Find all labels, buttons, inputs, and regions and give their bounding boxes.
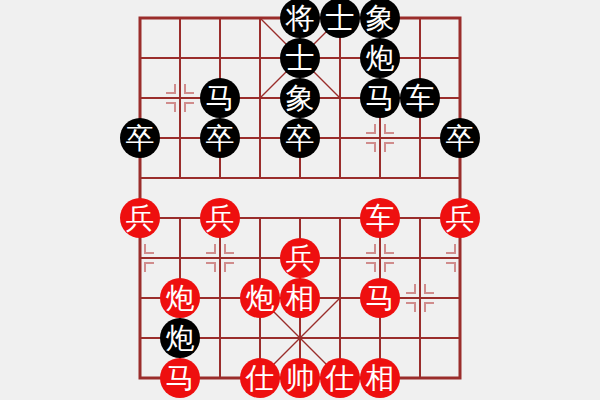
piece-black-soldier[interactable]: 卒 xyxy=(440,118,480,158)
piece-black-elephant[interactable]: 象 xyxy=(360,0,400,38)
piece-red-cannon[interactable]: 炮 xyxy=(240,278,280,318)
piece-red-elephant[interactable]: 相 xyxy=(280,278,320,318)
xiangqi-app-canvas: 将士象士炮马象马车卒卒卒卒兵兵车兵兵炮炮相马炮马仕帅仕相 xyxy=(0,0,600,400)
piece-black-cannon[interactable]: 炮 xyxy=(160,318,200,358)
piece-black-horse[interactable]: 马 xyxy=(200,78,240,118)
board-grid: 将士象士炮马象马车卒卒卒卒兵兵车兵兵炮炮相马炮马仕帅仕相 xyxy=(120,0,480,398)
piece-red-advisor[interactable]: 仕 xyxy=(320,358,360,398)
piece-red-soldier[interactable]: 兵 xyxy=(200,198,240,238)
piece-black-advisor[interactable]: 士 xyxy=(320,0,360,38)
piece-black-general[interactable]: 将 xyxy=(280,0,320,38)
piece-black-elephant[interactable]: 象 xyxy=(280,78,320,118)
piece-black-cannon[interactable]: 炮 xyxy=(360,38,400,78)
piece-red-advisor[interactable]: 仕 xyxy=(240,358,280,398)
piece-red-soldier[interactable]: 兵 xyxy=(120,198,160,238)
piece-black-soldier[interactable]: 卒 xyxy=(280,118,320,158)
piece-red-cannon[interactable]: 炮 xyxy=(160,278,200,318)
piece-red-horse[interactable]: 马 xyxy=(360,278,400,318)
piece-red-general[interactable]: 帅 xyxy=(280,358,320,398)
piece-red-elephant[interactable]: 相 xyxy=(360,358,400,398)
piece-red-soldier[interactable]: 兵 xyxy=(280,238,320,278)
piece-black-horse[interactable]: 马 xyxy=(360,78,400,118)
piece-black-chariot[interactable]: 车 xyxy=(400,78,440,118)
piece-red-chariot[interactable]: 车 xyxy=(360,198,400,238)
piece-black-soldier[interactable]: 卒 xyxy=(200,118,240,158)
piece-black-advisor[interactable]: 士 xyxy=(280,38,320,78)
piece-black-soldier[interactable]: 卒 xyxy=(120,118,160,158)
piece-red-soldier[interactable]: 兵 xyxy=(440,198,480,238)
piece-red-horse[interactable]: 马 xyxy=(160,358,200,398)
